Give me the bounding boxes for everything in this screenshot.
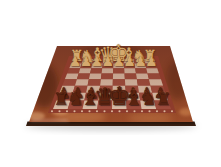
inlay-dot [103, 110, 105, 112]
inlay-dot [51, 110, 53, 112]
inlay-dot [73, 110, 75, 112]
inlay-dot [163, 110, 165, 112]
inlay-dot [81, 110, 83, 112]
inlay-dot [58, 110, 60, 112]
inlay-dot [133, 110, 135, 112]
inlay-dot [118, 110, 120, 112]
inlay-dot [126, 110, 128, 112]
chess-board [0, 0, 221, 167]
inlay-dot [88, 110, 90, 112]
inlay-dot [156, 110, 158, 112]
inlay-dot [111, 110, 113, 112]
inlay-dot [148, 110, 150, 112]
inlay-dot [171, 110, 173, 112]
inlay-dot [141, 110, 143, 112]
inlay-dot [66, 110, 68, 112]
chessboard-product-photo: ♜♞♝♛♚♝♞♜♟♟♟♟♟♟♟♟♟♟♟♟♟♟♟♟♜♞♝♛♚♝♞♜ [0, 0, 221, 167]
inlay-dot [96, 110, 98, 112]
